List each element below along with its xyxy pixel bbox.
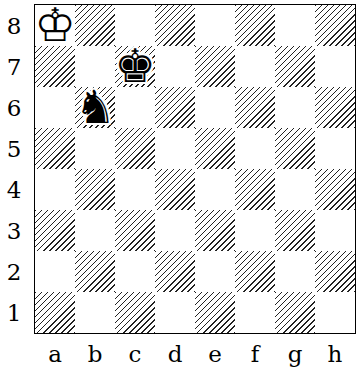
rank-label-4: 4 [0, 169, 34, 210]
square-c4[interactable] [115, 169, 155, 210]
square-b4[interactable] [75, 169, 115, 210]
square-a1[interactable] [35, 292, 75, 333]
square-c1[interactable] [115, 292, 155, 333]
square-h7[interactable] [315, 46, 355, 87]
square-g6[interactable] [275, 87, 315, 128]
square-d4[interactable] [155, 169, 195, 210]
file-label-f: f [235, 334, 275, 370]
square-e8[interactable] [195, 5, 235, 46]
square-a8[interactable]: ♔ [35, 5, 75, 46]
square-f5[interactable] [235, 128, 275, 169]
rank-label-8: 8 [0, 5, 34, 46]
square-d6[interactable] [155, 87, 195, 128]
square-f6[interactable] [235, 87, 275, 128]
file-label-e: e [195, 334, 235, 370]
square-g1[interactable] [275, 292, 315, 333]
file-label-d: d [155, 334, 195, 370]
square-f7[interactable] [235, 46, 275, 87]
square-d2[interactable] [155, 251, 195, 292]
square-e3[interactable] [195, 210, 235, 251]
square-h6[interactable] [315, 87, 355, 128]
square-e5[interactable] [195, 128, 235, 169]
file-label-a: a [35, 334, 75, 370]
file-label-g: g [275, 334, 315, 370]
square-g5[interactable] [275, 128, 315, 169]
square-e4[interactable] [195, 169, 235, 210]
piece-black-king: ♚ [114, 46, 155, 87]
square-b5[interactable] [75, 128, 115, 169]
square-f3[interactable] [235, 210, 275, 251]
square-e1[interactable] [195, 292, 235, 333]
square-e6[interactable] [195, 87, 235, 128]
rank-labels: 87654321 [0, 5, 34, 333]
square-g8[interactable] [275, 5, 315, 46]
square-h3[interactable] [315, 210, 355, 251]
square-g3[interactable] [275, 210, 315, 251]
square-c7[interactable]: ♚ [115, 46, 155, 87]
rank-label-6: 6 [0, 87, 34, 128]
rank-label-2: 2 [0, 251, 34, 292]
rank-label-3: 3 [0, 210, 34, 251]
square-f8[interactable] [235, 5, 275, 46]
square-a7[interactable] [35, 46, 75, 87]
square-g4[interactable] [275, 169, 315, 210]
square-e2[interactable] [195, 251, 235, 292]
square-f2[interactable] [235, 251, 275, 292]
square-h5[interactable] [315, 128, 355, 169]
square-d5[interactable] [155, 128, 195, 169]
file-labels: abcdefgh [35, 334, 355, 370]
square-a6[interactable] [35, 87, 75, 128]
square-d1[interactable] [155, 292, 195, 333]
square-a2[interactable] [35, 251, 75, 292]
square-h1[interactable] [315, 292, 355, 333]
square-b6[interactable]: ♞ [75, 87, 115, 128]
square-a4[interactable] [35, 169, 75, 210]
piece-black-knight: ♞ [74, 87, 115, 128]
square-h8[interactable] [315, 5, 355, 46]
square-b3[interactable] [75, 210, 115, 251]
rank-label-1: 1 [0, 292, 34, 333]
square-c6[interactable] [115, 87, 155, 128]
square-g2[interactable] [275, 251, 315, 292]
square-b1[interactable] [75, 292, 115, 333]
file-label-b: b [75, 334, 115, 370]
rank-label-5: 5 [0, 128, 34, 169]
square-d3[interactable] [155, 210, 195, 251]
chess-diagram: 87654321 ♔♚♞ abcdefgh [0, 0, 363, 372]
square-c2[interactable] [115, 251, 155, 292]
square-d7[interactable] [155, 46, 195, 87]
square-h4[interactable] [315, 169, 355, 210]
square-c3[interactable] [115, 210, 155, 251]
square-e7[interactable] [195, 46, 235, 87]
square-a3[interactable] [35, 210, 75, 251]
square-f1[interactable] [235, 292, 275, 333]
square-g7[interactable] [275, 46, 315, 87]
square-c5[interactable] [115, 128, 155, 169]
piece-white-king: ♔ [34, 5, 75, 46]
square-h2[interactable] [315, 251, 355, 292]
square-f4[interactable] [235, 169, 275, 210]
square-a5[interactable] [35, 128, 75, 169]
square-d8[interactable] [155, 5, 195, 46]
file-label-c: c [115, 334, 155, 370]
square-b8[interactable] [75, 5, 115, 46]
rank-label-7: 7 [0, 46, 34, 87]
board: ♔♚♞ [34, 4, 356, 334]
file-label-h: h [315, 334, 355, 370]
square-b2[interactable] [75, 251, 115, 292]
